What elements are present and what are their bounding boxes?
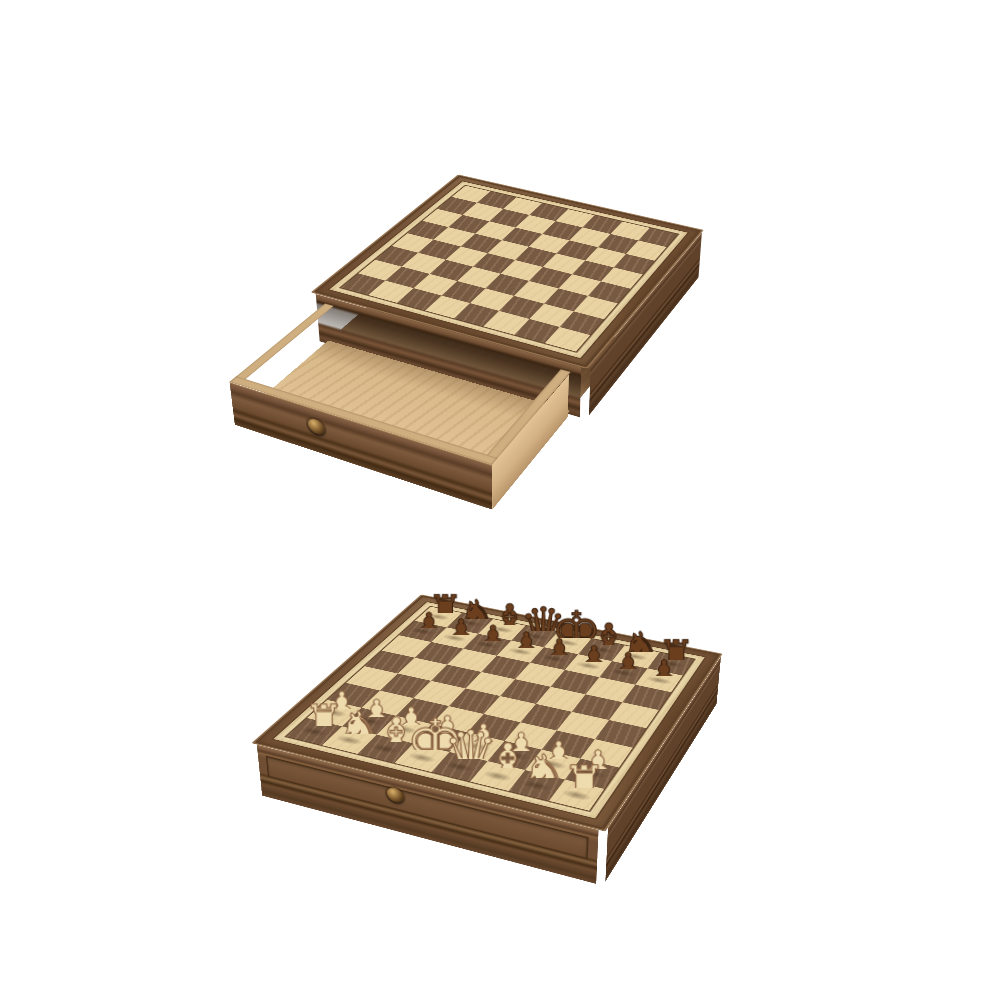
chess-box-top-view — [311, 174, 704, 369]
piece-anchor-h1: ♜ — [559, 787, 594, 801]
square-e3 — [486, 273, 529, 295]
piece-anchor-g1: ♞ — [519, 778, 553, 792]
square-c1 — [396, 288, 441, 311]
square-b1 — [368, 280, 413, 302]
piece-anchor-e1: ♛ — [443, 759, 477, 773]
square-e4 — [501, 260, 544, 281]
square-e2 — [470, 288, 514, 311]
square-a2 — [358, 259, 402, 280]
piece-anchor-f1: ♝ — [481, 769, 515, 783]
square-f2 — [499, 295, 543, 318]
drawer-knob — [307, 416, 325, 436]
piece-anchor-d1: ♚ — [405, 751, 438, 764]
product-photo-canvas: ♜♞♝♛♚♝♞♜♟♟♟♟♟♟♟♟♟♟♟♟♟♟♟♟♜♞♝♚♛♝♞♜ — [0, 0, 1000, 1000]
square-c3 — [429, 259, 472, 280]
square-c2 — [413, 273, 457, 295]
view-board-with-pieces: ♜♞♝♛♚♝♞♜♟♟♟♟♟♟♟♟♟♟♟♟♟♟♟♟♜♞♝♚♛♝♞♜ — [205, 515, 795, 945]
square-h5 — [601, 267, 643, 288]
square-g3 — [544, 288, 588, 311]
square-f4 — [529, 267, 572, 288]
piece-anchor-a1: ♜ — [298, 725, 330, 738]
view-empty-board-drawer-open — [290, 118, 740, 440]
square-h3 — [574, 296, 618, 319]
chess-box-angled-view: ♜♞♝♛♚♝♞♜♟♟♟♟♟♟♟♟♟♟♟♟♟♟♟♟♜♞♝♚♛♝♞♜ — [251, 594, 722, 831]
square-f3 — [514, 281, 558, 303]
square-g2 — [529, 303, 574, 326]
square-g4 — [558, 274, 601, 296]
piece-anchor-b1: ♞ — [333, 733, 366, 746]
square-b2 — [386, 266, 430, 287]
